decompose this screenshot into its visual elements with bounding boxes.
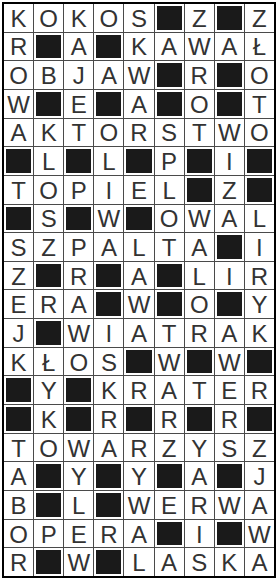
- cell-letter: A: [191, 236, 207, 260]
- block-cell-r6c9: [245, 147, 274, 175]
- letter-cell-r19c7[interactable]: I: [185, 520, 214, 548]
- letter-cell-r16c4[interactable]: A: [94, 434, 123, 462]
- letter-cell-r4c9[interactable]: T: [245, 90, 274, 118]
- letter-cell-r3c9[interactable]: O: [245, 61, 274, 89]
- letter-cell-r2c7[interactable]: W: [185, 33, 214, 61]
- cell-letter: W: [128, 493, 151, 517]
- letter-cell-r12c7[interactable]: R: [185, 319, 214, 347]
- letter-cell-r3c1[interactable]: O: [4, 61, 33, 89]
- cell-letter: A: [71, 293, 87, 317]
- letter-cell-r7c6[interactable]: L: [155, 176, 184, 204]
- letter-cell-r20c5[interactable]: L: [124, 548, 153, 576]
- letter-cell-r7c3[interactable]: P: [64, 176, 93, 204]
- letter-cell-r18c5[interactable]: W: [124, 491, 153, 519]
- letter-cell-r9c7[interactable]: A: [185, 233, 214, 261]
- letter-cell-r19c3[interactable]: E: [64, 520, 93, 548]
- letter-cell-r1c7[interactable]: Z: [185, 4, 214, 32]
- block-cell-r20c2: [34, 548, 63, 576]
- letter-cell-r19c2[interactable]: P: [34, 520, 63, 548]
- letter-cell-r8c7[interactable]: W: [185, 205, 214, 233]
- block-cell-r11c4: [94, 290, 123, 318]
- cell-letter: O: [190, 293, 209, 317]
- letter-cell-r11c5[interactable]: W: [124, 290, 153, 318]
- crossword-board: KOKOSZZRAKAWAŁOBJAWROWEAOTAKTORSTWOLLPIT…: [2, 2, 276, 578]
- block-cell-r17c8: [215, 462, 244, 490]
- letter-cell-r12c3[interactable]: W: [64, 319, 93, 347]
- letter-cell-r12c8[interactable]: A: [215, 319, 244, 347]
- cell-letter: E: [71, 92, 87, 116]
- cell-letter: I: [106, 321, 113, 345]
- block-cell-r13c7: [185, 348, 214, 376]
- letter-cell-r16c9[interactable]: Z: [245, 434, 274, 462]
- cell-letter: O: [39, 6, 58, 30]
- cell-letter: L: [72, 493, 85, 517]
- cell-letter: W: [7, 92, 30, 116]
- letter-cell-r11c2[interactable]: R: [34, 290, 63, 318]
- cell-letter: K: [71, 6, 87, 30]
- letter-cell-r1c4[interactable]: O: [94, 4, 123, 32]
- block-cell-r15c1: [4, 405, 33, 433]
- letter-cell-r15c2[interactable]: K: [34, 405, 63, 433]
- cell-letter: K: [41, 407, 57, 431]
- letter-cell-r3c7[interactable]: R: [185, 61, 214, 89]
- cell-letter: O: [9, 64, 28, 88]
- letter-cell-r18c1[interactable]: B: [4, 491, 33, 519]
- letter-cell-r15c6[interactable]: R: [155, 405, 184, 433]
- letter-cell-r12c6[interactable]: T: [155, 319, 184, 347]
- letter-cell-r5c7[interactable]: T: [185, 119, 214, 147]
- letter-cell-r16c2[interactable]: O: [34, 434, 63, 462]
- letter-cell-r18c9[interactable]: A: [245, 491, 274, 519]
- cell-letter: I: [226, 264, 233, 288]
- cell-letter: S: [101, 350, 117, 374]
- letter-cell-r20c6[interactable]: A: [155, 548, 184, 576]
- block-cell-r19c8: [215, 520, 244, 548]
- block-cell-r2c2: [34, 33, 63, 61]
- cell-letter: K: [251, 321, 267, 345]
- cell-letter: Y: [191, 436, 207, 460]
- letter-cell-r20c7[interactable]: S: [185, 548, 214, 576]
- letter-cell-r20c8[interactable]: K: [215, 548, 244, 576]
- cell-letter: Z: [162, 436, 177, 460]
- cell-letter: A: [161, 379, 177, 403]
- letter-cell-r16c5[interactable]: R: [124, 434, 153, 462]
- cell-letter: Ł: [253, 35, 266, 59]
- letter-cell-r15c4[interactable]: R: [94, 405, 123, 433]
- cell-letter: P: [71, 178, 87, 202]
- cell-letter: I: [226, 150, 233, 174]
- letter-cell-r5c4[interactable]: O: [94, 119, 123, 147]
- block-cell-r8c1: [4, 205, 33, 233]
- letter-cell-r16c6[interactable]: Z: [155, 434, 184, 462]
- block-cell-r17c4: [94, 462, 123, 490]
- cell-letter: J: [253, 465, 265, 489]
- letter-cell-r13c6[interactable]: W: [155, 348, 184, 376]
- cell-letter: T: [11, 436, 26, 460]
- cell-letter: W: [98, 207, 121, 231]
- letter-cell-r8c2[interactable]: S: [34, 205, 63, 233]
- block-cell-r17c6: [155, 462, 184, 490]
- cell-letter: R: [40, 293, 57, 317]
- letter-cell-r13c1[interactable]: K: [4, 348, 33, 376]
- cell-letter: W: [67, 551, 90, 575]
- cell-letter: R: [10, 551, 27, 575]
- letter-cell-r7c8[interactable]: Z: [215, 176, 244, 204]
- letter-cell-r2c8[interactable]: A: [215, 33, 244, 61]
- letter-cell-r5c2[interactable]: K: [34, 119, 63, 147]
- block-cell-r15c3: [64, 405, 93, 433]
- cell-letter: W: [188, 207, 211, 231]
- cell-letter: A: [11, 465, 27, 489]
- letter-cell-r17c3[interactable]: Y: [64, 462, 93, 490]
- letter-cell-r16c7[interactable]: Y: [185, 434, 214, 462]
- cell-letter: T: [71, 121, 86, 145]
- letter-cell-r10c3[interactable]: R: [64, 262, 93, 290]
- letter-cell-r4c3[interactable]: E: [64, 90, 93, 118]
- letter-cell-r6c6[interactable]: P: [155, 147, 184, 175]
- cell-letter: Z: [222, 178, 237, 202]
- block-cell-r12c2: [34, 319, 63, 347]
- cell-letter: W: [218, 350, 241, 374]
- letter-cell-r13c3[interactable]: O: [64, 348, 93, 376]
- cell-letter: O: [39, 178, 58, 202]
- letter-cell-r4c1[interactable]: W: [4, 90, 33, 118]
- block-cell-r14c3: [64, 376, 93, 404]
- letter-cell-r14c7[interactable]: T: [185, 376, 214, 404]
- letter-cell-r15c8[interactable]: R: [215, 405, 244, 433]
- cell-letter: A: [101, 436, 117, 460]
- cell-letter: W: [158, 350, 181, 374]
- letter-cell-r11c1[interactable]: E: [4, 290, 33, 318]
- cell-letter: A: [251, 551, 267, 575]
- letter-cell-r2c9[interactable]: Ł: [245, 33, 274, 61]
- letter-cell-r14c9[interactable]: R: [245, 376, 274, 404]
- cell-letter: T: [192, 121, 207, 145]
- letter-cell-r3c2[interactable]: B: [34, 61, 63, 89]
- letter-cell-r14c6[interactable]: A: [155, 376, 184, 404]
- cell-letter: Z: [41, 236, 56, 260]
- letter-cell-r7c4[interactable]: I: [94, 176, 123, 204]
- block-cell-r10c6: [155, 262, 184, 290]
- letter-cell-r3c5[interactable]: W: [124, 61, 153, 89]
- letter-cell-r8c9[interactable]: L: [245, 205, 274, 233]
- letter-cell-r16c3[interactable]: W: [64, 434, 93, 462]
- block-cell-r8c3: [64, 205, 93, 233]
- block-cell-r4c8: [215, 90, 244, 118]
- cell-letter: Y: [131, 465, 147, 489]
- letter-cell-r12c4[interactable]: I: [94, 319, 123, 347]
- cell-letter: R: [191, 64, 208, 88]
- cell-letter: O: [69, 350, 88, 374]
- block-cell-r6c3: [64, 147, 93, 175]
- letter-cell-r2c3[interactable]: A: [64, 33, 93, 61]
- letter-cell-r5c3[interactable]: T: [64, 119, 93, 147]
- letter-cell-r13c2[interactable]: Ł: [34, 348, 63, 376]
- cell-letter: I: [196, 522, 203, 546]
- letter-cell-r10c1[interactable]: Z: [4, 262, 33, 290]
- cell-letter: K: [11, 6, 27, 30]
- cell-letter: S: [11, 236, 27, 260]
- letter-cell-r1c3[interactable]: K: [64, 4, 93, 32]
- letter-cell-r17c7[interactable]: A: [185, 462, 214, 490]
- cell-letter: O: [100, 121, 119, 145]
- cell-letter: W: [67, 436, 90, 460]
- block-cell-r6c5: [124, 147, 153, 175]
- letter-cell-r19c4[interactable]: R: [94, 520, 123, 548]
- block-cell-r15c5: [124, 405, 153, 433]
- letter-cell-r8c6[interactable]: O: [155, 205, 184, 233]
- letter-cell-r1c2[interactable]: O: [34, 4, 63, 32]
- cell-letter: E: [71, 522, 87, 546]
- cell-letter: S: [41, 207, 57, 231]
- block-cell-r2c4: [94, 33, 123, 61]
- cell-letter: A: [71, 35, 87, 59]
- cell-letter: W: [128, 64, 151, 88]
- block-cell-r1c6: [155, 4, 184, 32]
- cell-letter: Z: [192, 6, 207, 30]
- letter-cell-r11c7[interactable]: O: [185, 290, 214, 318]
- letter-cell-r9c9[interactable]: I: [245, 233, 274, 261]
- letter-cell-r19c9[interactable]: W: [245, 520, 274, 548]
- cell-letter: A: [161, 551, 177, 575]
- letter-cell-r5c5[interactable]: R: [124, 119, 153, 147]
- letter-cell-r20c1[interactable]: R: [4, 548, 33, 576]
- letter-cell-r7c2[interactable]: O: [34, 176, 63, 204]
- letter-cell-r9c1[interactable]: S: [4, 233, 33, 261]
- block-cell-r11c6: [155, 290, 184, 318]
- cell-letter: O: [100, 6, 119, 30]
- cell-letter: S: [131, 6, 147, 30]
- cell-letter: W: [218, 493, 241, 517]
- cell-letter: R: [130, 121, 147, 145]
- cell-letter: K: [131, 35, 147, 59]
- letter-cell-r9c5[interactable]: L: [124, 233, 153, 261]
- block-cell-r7c7: [185, 176, 214, 204]
- cell-letter: K: [11, 350, 27, 374]
- cell-letter: R: [251, 264, 268, 288]
- cell-letter: A: [161, 35, 177, 59]
- letter-cell-r10c8[interactable]: I: [215, 262, 244, 290]
- cell-letter: J: [13, 321, 25, 345]
- block-cell-r9c8: [215, 233, 244, 261]
- block-cell-r4c4: [94, 90, 123, 118]
- block-cell-r6c1: [4, 147, 33, 175]
- block-cell-r3c6: [155, 61, 184, 89]
- cell-letter: A: [131, 522, 147, 546]
- block-cell-r3c8: [215, 61, 244, 89]
- cell-letter: L: [42, 150, 55, 174]
- cell-letter: Y: [71, 465, 87, 489]
- letter-cell-r2c1[interactable]: R: [4, 33, 33, 61]
- letter-cell-r9c4[interactable]: A: [94, 233, 123, 261]
- letter-cell-r10c7[interactable]: L: [185, 262, 214, 290]
- cell-letter: A: [11, 121, 27, 145]
- cell-letter: L: [162, 178, 175, 202]
- cell-letter: A: [131, 321, 147, 345]
- block-cell-r18c4: [94, 491, 123, 519]
- letter-cell-r14c2[interactable]: Y: [34, 376, 63, 404]
- cell-letter: R: [70, 264, 87, 288]
- letter-cell-r14c5[interactable]: R: [124, 376, 153, 404]
- letter-cell-r18c8[interactable]: W: [215, 491, 244, 519]
- cell-letter: O: [160, 207, 179, 231]
- cell-letter: E: [11, 293, 27, 317]
- cell-letter: O: [9, 522, 28, 546]
- letter-cell-r7c5[interactable]: E: [124, 176, 153, 204]
- cell-letter: P: [41, 522, 57, 546]
- cell-letter: S: [161, 121, 177, 145]
- cell-letter: W: [248, 522, 271, 546]
- cell-letter: K: [221, 551, 237, 575]
- letter-cell-r9c2[interactable]: Z: [34, 233, 63, 261]
- letter-cell-r20c3[interactable]: W: [64, 548, 93, 576]
- cell-letter: O: [190, 92, 209, 116]
- block-cell-r11c8: [215, 290, 244, 318]
- cell-letter: A: [251, 493, 267, 517]
- cell-letter: W: [188, 35, 211, 59]
- cell-letter: R: [251, 379, 268, 403]
- cell-letter: Y: [41, 379, 57, 403]
- cell-letter: O: [250, 64, 269, 88]
- letter-cell-r11c9[interactable]: Y: [245, 290, 274, 318]
- cell-letter: S: [191, 551, 207, 575]
- letter-cell-r10c5[interactable]: A: [124, 262, 153, 290]
- block-cell-r19c6: [155, 520, 184, 548]
- cell-letter: R: [221, 407, 238, 431]
- cell-letter: A: [221, 207, 237, 231]
- cell-letter: A: [131, 264, 147, 288]
- letter-cell-r5c8[interactable]: W: [215, 119, 244, 147]
- letter-cell-r19c5[interactable]: A: [124, 520, 153, 548]
- letter-cell-r3c3[interactable]: J: [64, 61, 93, 89]
- block-cell-r7c9: [245, 176, 274, 204]
- cell-letter: T: [11, 178, 26, 202]
- cell-letter: I: [256, 236, 263, 260]
- block-cell-r15c9: [245, 405, 274, 433]
- letter-cell-r17c9[interactable]: J: [245, 462, 274, 490]
- cell-letter: O: [39, 436, 58, 460]
- cell-letter: A: [221, 321, 237, 345]
- block-cell-r14c1: [4, 376, 33, 404]
- letter-cell-r5c6[interactable]: S: [155, 119, 184, 147]
- cell-letter: W: [128, 293, 151, 317]
- letter-cell-r9c3[interactable]: P: [64, 233, 93, 261]
- cell-letter: R: [191, 321, 208, 345]
- letter-cell-r2c5[interactable]: K: [124, 33, 153, 61]
- cell-letter: B: [41, 64, 57, 88]
- block-cell-r8c5: [124, 205, 153, 233]
- cell-letter: A: [191, 465, 207, 489]
- block-cell-r15c7: [185, 405, 214, 433]
- letter-cell-r10c9[interactable]: R: [245, 262, 274, 290]
- letter-cell-r8c4[interactable]: W: [94, 205, 123, 233]
- cell-letter: R: [160, 407, 177, 431]
- cell-letter: Z: [11, 264, 26, 288]
- cell-letter: K: [41, 121, 57, 145]
- cell-letter: T: [252, 92, 267, 116]
- cell-letter: R: [100, 522, 117, 546]
- letter-cell-r3c4[interactable]: A: [94, 61, 123, 89]
- letter-cell-r6c2[interactable]: L: [34, 147, 63, 175]
- cell-letter: T: [162, 321, 177, 345]
- letter-cell-r12c9[interactable]: K: [245, 319, 274, 347]
- letter-cell-r1c1[interactable]: K: [4, 4, 33, 32]
- letter-cell-r8c8[interactable]: A: [215, 205, 244, 233]
- cell-letter: P: [161, 150, 177, 174]
- cell-letter: L: [253, 207, 266, 231]
- letter-cell-r14c4[interactable]: K: [94, 376, 123, 404]
- block-cell-r1c8: [215, 4, 244, 32]
- letter-cell-r4c7[interactable]: O: [185, 90, 214, 118]
- letter-cell-r20c9[interactable]: A: [245, 548, 274, 576]
- letter-cell-r13c4[interactable]: S: [94, 348, 123, 376]
- block-cell-r13c5: [124, 348, 153, 376]
- cell-letter: P: [71, 236, 87, 260]
- cell-letter: O: [250, 121, 269, 145]
- block-cell-r18c2: [34, 491, 63, 519]
- cell-letter: T: [162, 236, 177, 260]
- cell-letter: E: [161, 493, 177, 517]
- letter-cell-r16c1[interactable]: T: [4, 434, 33, 462]
- letter-cell-r18c6[interactable]: E: [155, 491, 184, 519]
- letter-cell-r18c7[interactable]: R: [185, 491, 214, 519]
- letter-cell-r5c9[interactable]: O: [245, 119, 274, 147]
- cell-letter: B: [11, 493, 27, 517]
- cell-letter: L: [102, 150, 115, 174]
- letter-cell-r2c6[interactable]: A: [155, 33, 184, 61]
- block-cell-r4c2: [34, 90, 63, 118]
- letter-cell-r13c8[interactable]: W: [215, 348, 244, 376]
- letter-cell-r6c8[interactable]: I: [215, 147, 244, 175]
- cell-letter: R: [130, 436, 147, 460]
- letter-cell-r11c3[interactable]: A: [64, 290, 93, 318]
- letter-cell-r18c3[interactable]: L: [64, 491, 93, 519]
- cell-letter: R: [100, 407, 117, 431]
- letter-cell-r4c5[interactable]: A: [124, 90, 153, 118]
- cell-letter: S: [221, 436, 237, 460]
- cell-letter: L: [193, 264, 206, 288]
- cell-letter: L: [132, 551, 145, 575]
- block-cell-r17c2: [34, 462, 63, 490]
- cell-letter: Y: [251, 293, 267, 317]
- letter-cell-r9c6[interactable]: T: [155, 233, 184, 261]
- letter-cell-r1c5[interactable]: S: [124, 4, 153, 32]
- letter-cell-r14c8[interactable]: E: [215, 376, 244, 404]
- cell-letter: Ł: [42, 350, 55, 374]
- cell-letter: A: [221, 35, 237, 59]
- cell-letter: I: [106, 178, 113, 202]
- letter-cell-r1c9[interactable]: Z: [245, 4, 274, 32]
- letter-cell-r17c1[interactable]: A: [4, 462, 33, 490]
- letter-cell-r5c1[interactable]: A: [4, 119, 33, 147]
- block-cell-r13c9: [245, 348, 274, 376]
- cell-letter: A: [131, 92, 147, 116]
- cell-letter: E: [131, 178, 147, 202]
- cell-letter: A: [101, 236, 117, 260]
- block-cell-r20c4: [94, 548, 123, 576]
- letter-cell-r12c1[interactable]: J: [4, 319, 33, 347]
- letter-cell-r12c5[interactable]: A: [124, 319, 153, 347]
- letter-cell-r19c1[interactable]: O: [4, 520, 33, 548]
- letter-cell-r7c1[interactable]: T: [4, 176, 33, 204]
- cell-letter: K: [101, 379, 117, 403]
- cell-letter: T: [192, 379, 207, 403]
- letter-cell-r6c4[interactable]: L: [94, 147, 123, 175]
- block-cell-r6c7: [185, 147, 214, 175]
- letter-cell-r17c5[interactable]: Y: [124, 462, 153, 490]
- letter-cell-r16c8[interactable]: S: [215, 434, 244, 462]
- block-cell-r10c2: [34, 262, 63, 290]
